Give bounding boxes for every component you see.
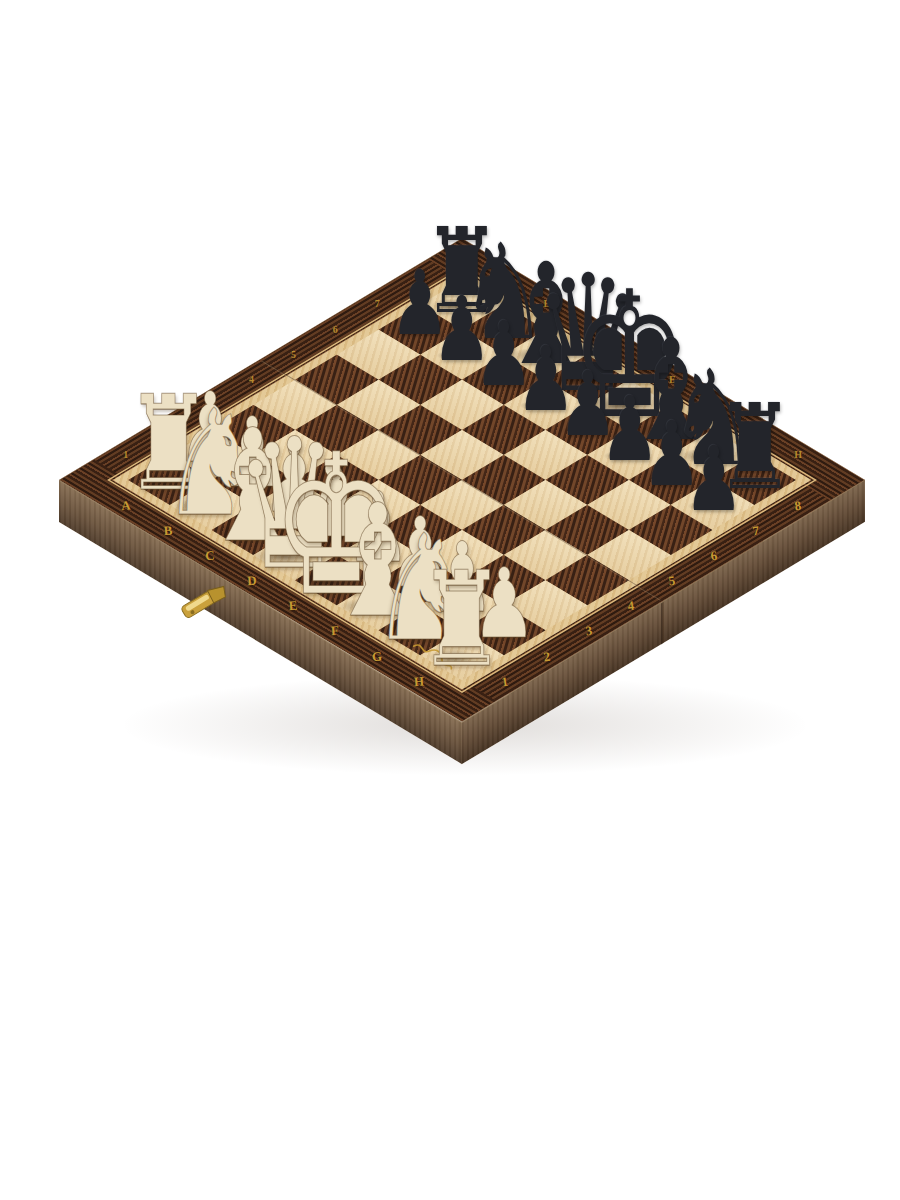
chess-set-photo: AABBCCDDEEFFGGHH1122334455667788 ♜♞♝♛♚♝♞… [0,0,900,1200]
fold-seam-side [661,602,664,645]
rank-label-6-far: 6 [333,323,338,334]
piece-black-pawn-h7[interactable]: ♟ [680,435,747,524]
rank-label-3-near: 3 [584,623,593,640]
rank-label-5-far: 5 [291,348,296,359]
rank-label-7-far: 7 [375,298,380,309]
piece-white-rook-h1[interactable]: ♜ [413,554,511,685]
rank-label-2-near: 2 [542,648,551,665]
